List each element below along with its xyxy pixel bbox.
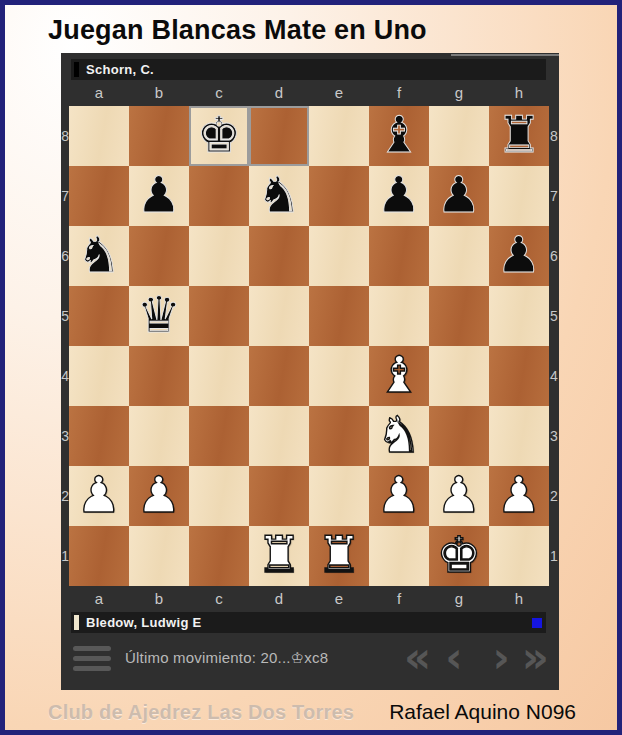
square-h5[interactable] xyxy=(489,286,549,346)
square-e4[interactable] xyxy=(309,346,369,406)
chess-viewer-panel: Schorn, C. abcdefgh 87654321 ♚♝♜♟♞♟♟♞♟♛♝… xyxy=(61,53,559,690)
square-a8[interactable] xyxy=(69,106,129,166)
square-a7[interactable] xyxy=(69,166,129,226)
rank-label-8: 8 xyxy=(549,106,559,166)
square-g5[interactable] xyxy=(429,286,489,346)
square-h4[interactable] xyxy=(489,346,549,406)
last-move-label: Último movimiento: 20...♔xc8 xyxy=(125,649,328,667)
square-e8[interactable] xyxy=(309,106,369,166)
file-label-g: g xyxy=(429,80,489,106)
file-label-b: b xyxy=(129,80,189,106)
rank-label-6: 6 xyxy=(61,226,69,286)
square-d6[interactable] xyxy=(249,226,309,286)
square-h6[interactable]: ♟ xyxy=(489,226,549,286)
square-e6[interactable] xyxy=(309,226,369,286)
square-f6[interactable] xyxy=(369,226,429,286)
square-f8[interactable]: ♝ xyxy=(369,106,429,166)
file-label-a: a xyxy=(69,586,129,612)
nav-buttons: « ‹ › » xyxy=(404,638,549,678)
file-label-d: d xyxy=(249,586,309,612)
square-g4[interactable] xyxy=(429,346,489,406)
nav-last-button[interactable]: » xyxy=(522,638,549,678)
square-a1[interactable] xyxy=(69,526,129,586)
square-b1[interactable] xyxy=(129,526,189,586)
piece-wB: ♝ xyxy=(369,346,429,404)
white-player-name: Bledow, Ludwig E xyxy=(86,615,202,630)
rank-label-5: 5 xyxy=(61,286,69,346)
square-d8[interactable] xyxy=(249,106,309,166)
piece-bP: ♟ xyxy=(489,226,549,284)
rank-label-2: 2 xyxy=(61,466,69,526)
square-d1[interactable]: ♜ xyxy=(249,526,309,586)
piece-wP: ♟ xyxy=(129,466,189,524)
piece-bP: ♟ xyxy=(429,166,489,224)
square-h7[interactable] xyxy=(489,166,549,226)
square-c1[interactable] xyxy=(189,526,249,586)
file-label-e: e xyxy=(309,586,369,612)
rank-label-4: 4 xyxy=(61,346,69,406)
nav-first-button[interactable]: « xyxy=(404,638,431,678)
square-h3[interactable] xyxy=(489,406,549,466)
black-color-indicator xyxy=(74,62,79,77)
piece-wP: ♟ xyxy=(429,466,489,524)
piece-bK: ♚ xyxy=(189,106,249,164)
square-c6[interactable] xyxy=(189,226,249,286)
rank-label-3: 3 xyxy=(549,406,559,466)
square-g3[interactable] xyxy=(429,406,489,466)
white-color-indicator xyxy=(74,615,79,630)
piece-bN: ♞ xyxy=(69,226,129,284)
rank-label-3: 3 xyxy=(61,406,69,466)
square-a6[interactable]: ♞ xyxy=(69,226,129,286)
controls-bar: Último movimiento: 20...♔xc8 « ‹ › » xyxy=(71,635,549,681)
piece-wK: ♚ xyxy=(429,526,489,584)
file-label-f: f xyxy=(369,80,429,106)
square-c2[interactable] xyxy=(189,466,249,526)
square-a3[interactable] xyxy=(69,406,129,466)
rank-label-5: 5 xyxy=(549,286,559,346)
rank-label-4: 4 xyxy=(549,346,559,406)
piece-bB: ♝ xyxy=(369,106,429,164)
square-f2[interactable]: ♟ xyxy=(369,466,429,526)
file-label-g: g xyxy=(429,586,489,612)
square-d7[interactable]: ♞ xyxy=(249,166,309,226)
square-e7[interactable] xyxy=(309,166,369,226)
author-credit: Rafael Aquino N096 xyxy=(389,700,576,724)
square-f5[interactable] xyxy=(369,286,429,346)
square-d5[interactable] xyxy=(249,286,309,346)
square-a5[interactable] xyxy=(69,286,129,346)
square-c7[interactable] xyxy=(189,166,249,226)
piece-bN: ♞ xyxy=(249,166,309,224)
square-d4[interactable] xyxy=(249,346,309,406)
piece-wP: ♟ xyxy=(69,466,129,524)
square-g2[interactable]: ♟ xyxy=(429,466,489,526)
square-b8[interactable] xyxy=(129,106,189,166)
white-player-bar: Bledow, Ludwig E xyxy=(71,612,546,633)
files-row-top: abcdefgh xyxy=(61,80,559,106)
file-label-b: b xyxy=(129,586,189,612)
piece-wP: ♟ xyxy=(369,466,429,524)
square-d2[interactable] xyxy=(249,466,309,526)
square-g7[interactable]: ♟ xyxy=(429,166,489,226)
page-title: Juegan Blancas Mate en Uno xyxy=(48,15,617,46)
piece-bP: ♟ xyxy=(369,166,429,224)
file-label-h: h xyxy=(489,586,549,612)
square-b6[interactable] xyxy=(129,226,189,286)
square-f3[interactable]: ♞ xyxy=(369,406,429,466)
hamburger-icon xyxy=(73,646,111,651)
piece-bP: ♟ xyxy=(129,166,189,224)
square-g8[interactable] xyxy=(429,106,489,166)
nav-next-button[interactable]: › xyxy=(493,638,510,678)
footer: Club de Ajedrez Las Dos Torres Rafael Aq… xyxy=(5,690,617,734)
black-player-name: Schorn, C. xyxy=(86,62,154,77)
file-label-d: d xyxy=(249,80,309,106)
piece-wN: ♞ xyxy=(369,406,429,464)
board: ♚♝♜♟♞♟♟♞♟♛♝♞♟♟♟♟♟♜♜♚ xyxy=(69,106,549,586)
square-g1[interactable]: ♚ xyxy=(429,526,489,586)
ranks-left: 87654321 xyxy=(61,106,69,586)
square-a2[interactable]: ♟ xyxy=(69,466,129,526)
square-b3[interactable] xyxy=(129,406,189,466)
file-label-a: a xyxy=(69,80,129,106)
rank-label-6: 6 xyxy=(549,226,559,286)
file-label-c: c xyxy=(189,586,249,612)
square-a4[interactable] xyxy=(69,346,129,406)
nav-prev-button[interactable]: ‹ xyxy=(445,638,462,678)
piece-bQ: ♛ xyxy=(129,286,189,344)
file-label-c: c xyxy=(189,80,249,106)
club-watermark: Club de Ajedrez Las Dos Torres xyxy=(48,701,354,724)
square-c5[interactable] xyxy=(189,286,249,346)
piece-wR: ♜ xyxy=(249,526,309,584)
piece-bR: ♜ xyxy=(489,106,549,164)
square-e3[interactable] xyxy=(309,406,369,466)
square-f7[interactable]: ♟ xyxy=(369,166,429,226)
square-f4[interactable]: ♝ xyxy=(369,346,429,406)
black-player-bar: Schorn, C. xyxy=(71,59,546,80)
files-row-bottom: abcdefgh xyxy=(61,586,559,612)
square-d3[interactable] xyxy=(249,406,309,466)
rank-label-7: 7 xyxy=(61,166,69,226)
square-g6[interactable] xyxy=(429,226,489,286)
rank-label-1: 1 xyxy=(549,526,559,586)
square-f1[interactable] xyxy=(369,526,429,586)
file-label-e: e xyxy=(309,80,369,106)
ranks-right: 87654321 xyxy=(549,106,559,586)
file-label-h: h xyxy=(489,80,549,106)
square-b2[interactable]: ♟ xyxy=(129,466,189,526)
rank-label-7: 7 xyxy=(549,166,559,226)
rank-label-2: 2 xyxy=(549,466,559,526)
square-b4[interactable] xyxy=(129,346,189,406)
panel-top-divider xyxy=(451,54,559,56)
square-e1[interactable]: ♜ xyxy=(309,526,369,586)
piece-wR: ♜ xyxy=(309,526,369,584)
menu-button[interactable] xyxy=(73,646,111,671)
square-c3[interactable] xyxy=(189,406,249,466)
square-e2[interactable] xyxy=(309,466,369,526)
square-b5[interactable]: ♛ xyxy=(129,286,189,346)
square-h1[interactable] xyxy=(489,526,549,586)
rank-label-8: 8 xyxy=(61,106,69,166)
square-b7[interactable]: ♟ xyxy=(129,166,189,226)
file-label-f: f xyxy=(369,586,429,612)
piece-wP: ♟ xyxy=(489,466,549,524)
square-h2[interactable]: ♟ xyxy=(489,466,549,526)
square-e5[interactable] xyxy=(309,286,369,346)
rank-label-1: 1 xyxy=(61,526,69,586)
square-c4[interactable] xyxy=(189,346,249,406)
square-h8[interactable]: ♜ xyxy=(489,106,549,166)
turn-indicator xyxy=(532,618,542,628)
square-c8[interactable]: ♚ xyxy=(189,106,249,166)
